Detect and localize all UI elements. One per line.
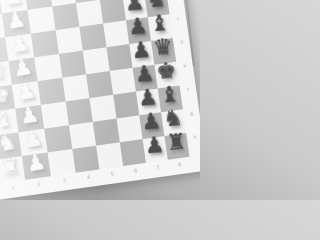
square[interactable] xyxy=(93,119,120,146)
black-king[interactable]: ♚ xyxy=(154,58,178,84)
square[interactable] xyxy=(76,0,103,27)
black-knight[interactable]: ♞ xyxy=(161,106,185,132)
file-label: f xyxy=(181,83,196,108)
square[interactable]: ♟ xyxy=(22,152,51,179)
square[interactable] xyxy=(113,92,139,119)
black-pawn[interactable]: ♟ xyxy=(133,61,157,87)
file-label: h xyxy=(188,131,200,156)
black-queen[interactable]: ♛ xyxy=(151,34,175,60)
black-pawn[interactable]: ♟ xyxy=(136,85,160,111)
square[interactable] xyxy=(103,20,129,47)
rank-label: 3 xyxy=(51,174,77,189)
rank-label: 1 xyxy=(0,181,27,197)
rank-label: 6 xyxy=(123,164,147,179)
square[interactable] xyxy=(72,146,99,173)
square[interactable] xyxy=(79,23,106,50)
square[interactable] xyxy=(52,3,79,30)
square[interactable] xyxy=(28,6,56,33)
rank-label: 8 xyxy=(168,158,191,173)
square[interactable]: ♟ xyxy=(143,136,168,163)
rank-label: 4 xyxy=(76,170,101,185)
rank-label: 7 xyxy=(146,161,169,176)
file-label: c xyxy=(171,12,186,37)
rank-label: 5 xyxy=(100,167,125,182)
black-bishop[interactable]: ♝ xyxy=(148,11,172,37)
black-bishop[interactable]: ♝ xyxy=(158,82,182,108)
square[interactable] xyxy=(48,149,76,176)
square[interactable] xyxy=(69,122,96,149)
file-label: g xyxy=(185,107,200,132)
black-pawn[interactable]: ♟ xyxy=(126,14,150,40)
black-pawn[interactable]: ♟ xyxy=(129,38,153,64)
black-pawn[interactable]: ♟ xyxy=(143,133,167,159)
square[interactable] xyxy=(44,125,72,152)
square[interactable] xyxy=(41,101,69,128)
chessboard-photo: ♜♟♟♜♞♟♟♞♝♟♟♝♛♟♟♛♚♟♟♚♝♟♟♝♞♟♟♞♜♟♟♜ 1234567… xyxy=(0,0,200,200)
file-label: d xyxy=(175,36,190,61)
square[interactable] xyxy=(116,115,142,142)
square[interactable] xyxy=(56,27,83,54)
square[interactable] xyxy=(106,44,132,71)
square[interactable] xyxy=(120,139,146,166)
chessboard[interactable]: ♜♟♟♜♞♟♟♞♝♟♟♝♛♟♟♛♚♟♟♚♝♟♟♝♞♟♟♞♜♟♟♜ xyxy=(0,0,190,183)
black-rook[interactable]: ♜ xyxy=(164,130,188,156)
square[interactable]: ♜ xyxy=(164,133,189,160)
square[interactable] xyxy=(96,142,123,169)
square[interactable] xyxy=(83,47,110,74)
square[interactable] xyxy=(34,54,62,81)
black-pawn[interactable]: ♟ xyxy=(139,109,163,135)
white-pawn[interactable]: ♟ xyxy=(21,149,51,177)
rank-label: 2 xyxy=(25,177,52,193)
square[interactable] xyxy=(89,95,116,122)
square[interactable] xyxy=(62,74,89,101)
square[interactable] xyxy=(59,51,86,78)
square[interactable] xyxy=(31,30,59,57)
file-label: e xyxy=(178,60,193,85)
square[interactable] xyxy=(110,68,136,95)
square[interactable] xyxy=(86,71,113,98)
square[interactable] xyxy=(66,98,93,125)
square[interactable] xyxy=(38,78,66,105)
